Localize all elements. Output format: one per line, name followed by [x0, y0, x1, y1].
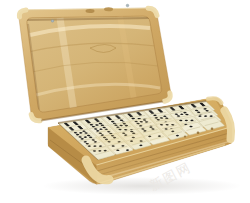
lid-magnet-dot — [51, 20, 54, 23]
rim-hole — [184, 136, 186, 138]
lid-magnet-dot — [126, 4, 129, 7]
rim-hole — [197, 132, 200, 135]
photo-canvas: 新图网 — [0, 0, 250, 203]
domino-box-photo: 新图网 — [0, 0, 250, 203]
box-lid — [19, 4, 171, 121]
drop-shadow — [42, 177, 242, 195]
rim-hole — [211, 128, 214, 131]
